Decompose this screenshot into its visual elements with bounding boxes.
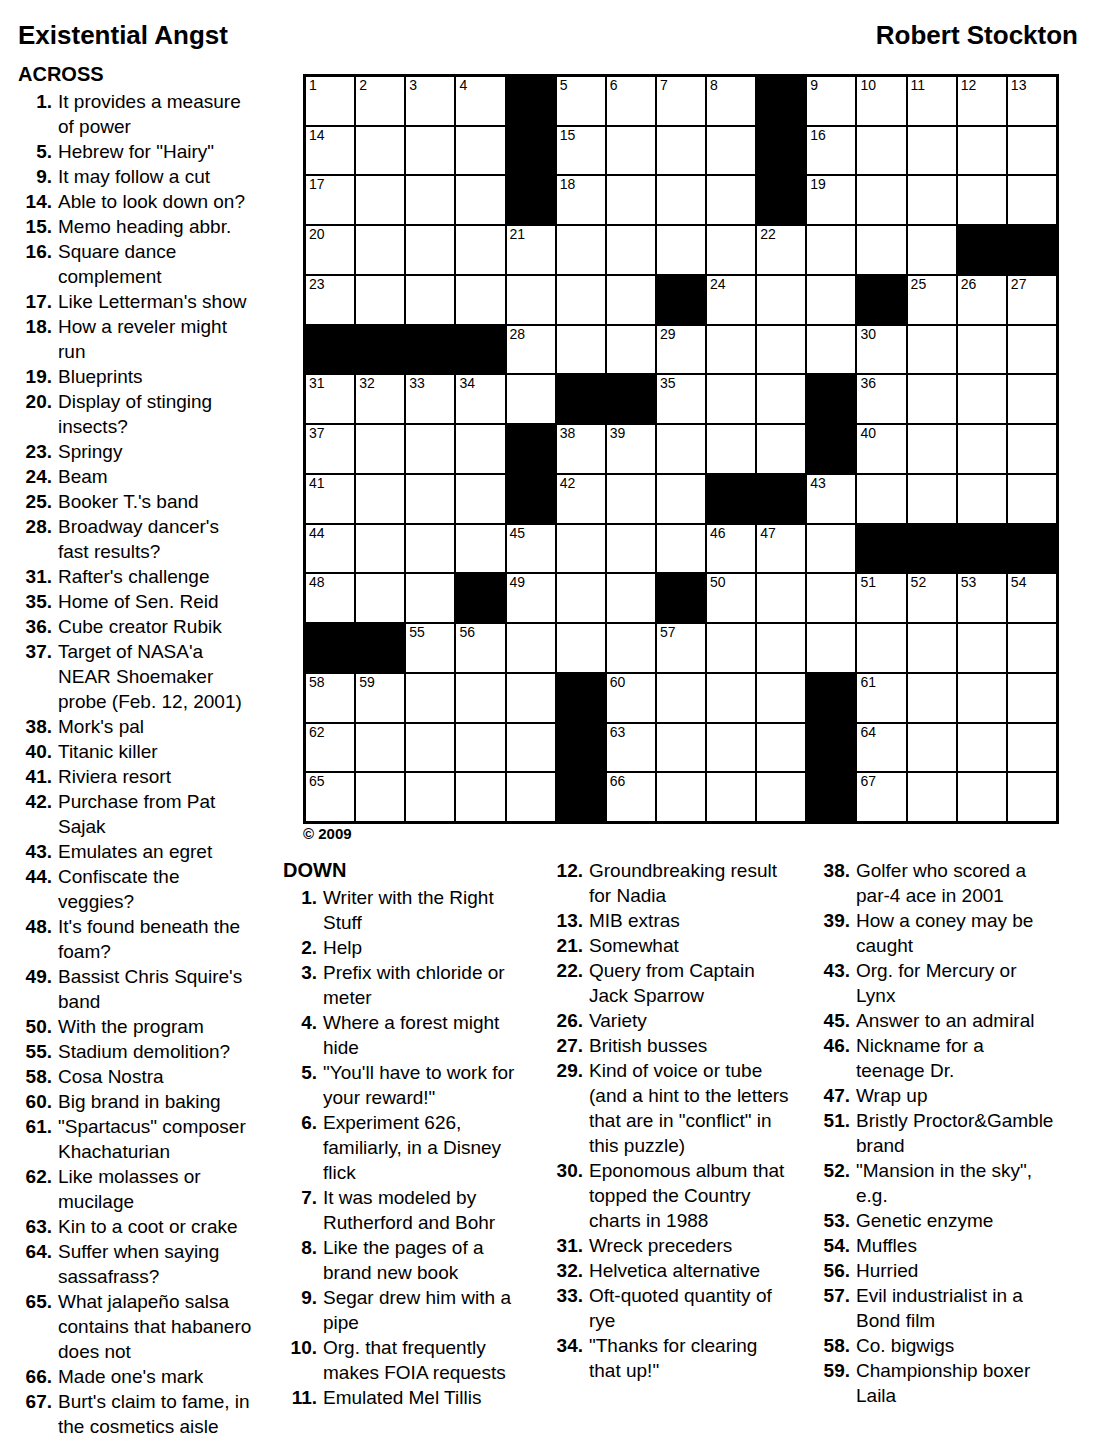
grid-cell[interactable] [657,425,705,473]
grid-cell[interactable]: 53 [958,574,1006,622]
cell-number: 64 [860,725,876,740]
cell-number: 50 [710,575,726,590]
grid-cell[interactable] [1008,674,1056,722]
grid-cell[interactable]: 12 [958,77,1006,125]
cell-number: 59 [359,675,375,690]
cell-number: 60 [610,675,626,690]
grid-cell[interactable]: 19 [807,176,855,224]
grid-cell[interactable]: 16 [807,127,855,175]
grid-cell[interactable]: 54 [1008,574,1056,622]
grid-cell[interactable]: 21 [507,226,555,274]
down-section-col-2: 12.Groundbreaking result for Nadia13.MIB… [549,858,813,1383]
grid-cell[interactable]: 32 [356,375,404,423]
grid-cell[interactable] [657,724,705,772]
grid-cell[interactable] [757,425,805,473]
grid-cell[interactable]: 15 [557,127,605,175]
grid-cell[interactable] [1008,326,1056,374]
down-section-col-3: 38.Golfer who scored a par-4 ace in 2001… [816,858,1080,1408]
clue-number: 43. [18,839,58,864]
grid-cell[interactable] [807,574,855,622]
clue-number: 43. [816,958,856,1008]
grid-cell[interactable] [356,773,404,821]
grid-cell[interactable] [507,773,555,821]
grid-cell[interactable] [757,624,805,672]
grid-cell[interactable]: 59 [356,674,404,722]
grid-cell[interactable]: 51 [857,574,905,622]
grid-cell-block [306,326,354,374]
grid-cell[interactable] [857,127,905,175]
grid-cell[interactable]: 10 [857,77,905,125]
grid-cell[interactable] [657,226,705,274]
grid-cell[interactable] [456,176,504,224]
grid-cell[interactable]: 42 [557,475,605,523]
grid-cell[interactable] [456,724,504,772]
grid-cell[interactable] [908,326,956,374]
clue-number: 54. [816,1233,856,1258]
grid-cell[interactable] [607,127,655,175]
grid-cell[interactable] [356,525,404,573]
grid-cell[interactable]: 50 [707,574,755,622]
clue-item: 6.Experiment 626, familiarly, in a Disne… [283,1110,547,1185]
grid-cell[interactable]: 23 [306,276,354,324]
grid-cell[interactable] [456,226,504,274]
grid-cell[interactable]: 57 [657,624,705,672]
clue-item: 26.Variety [549,1008,813,1033]
grid-cell[interactable] [908,127,956,175]
grid-cell-block [657,276,705,324]
grid-cell[interactable] [757,375,805,423]
grid-cell[interactable] [356,127,404,175]
grid-cell[interactable] [557,574,605,622]
cell-number: 28 [510,327,526,342]
grid-cell[interactable]: 60 [607,674,655,722]
grid-cell[interactable] [857,475,905,523]
grid-cell[interactable] [356,724,404,772]
clue-item: 5."You'll have to work for your reward!" [283,1060,547,1110]
clue-number: 16. [18,239,58,289]
grid-cell[interactable]: 13 [1008,77,1056,125]
clue-item: 10.Org. that frequently makes FOIA reque… [283,1335,547,1385]
grid-cell[interactable] [356,574,404,622]
grid-cell[interactable] [657,525,705,573]
grid-cell[interactable] [958,773,1006,821]
grid-cell[interactable]: 66 [607,773,655,821]
clue-text: What jalapeño salsa contains that habane… [58,1289,253,1364]
clue-text: Groundbreaking result for Nadia [589,858,789,908]
grid-cell[interactable] [607,624,655,672]
grid-cell[interactable] [657,475,705,523]
grid-cell[interactable] [406,276,454,324]
grid-cell[interactable]: 44 [306,525,354,573]
clue-number: 51. [816,1108,856,1158]
grid-cell[interactable]: 5 [557,77,605,125]
clue-text: Confiscate the veggies? [58,864,253,914]
clue-text: "You'll have to work for your reward!" [323,1060,523,1110]
clue-item: 41.Riviera resort [18,764,282,789]
grid-cell[interactable] [958,176,1006,224]
clue-number: 28. [18,514,58,564]
grid-cell[interactable]: 56 [456,624,504,672]
grid-cell[interactable] [857,624,905,672]
clue-item: 32.Helvetica alternative [549,1258,813,1283]
grid-cell[interactable] [607,276,655,324]
clue-item: 28.Broadway dancer's fast results? [18,514,282,564]
grid-cell-block [306,624,354,672]
grid-cell[interactable] [707,674,755,722]
cell-number: 54 [1011,575,1027,590]
clue-number: 24. [18,464,58,489]
clue-text: Big brand in baking [58,1089,253,1114]
grid-cell[interactable] [406,127,454,175]
grid-cell-block [507,77,555,125]
clue-text: British busses [589,1033,789,1058]
cell-number: 57 [660,625,676,640]
cell-number: 33 [409,376,425,391]
clue-item: 65.What jalapeño salsa contains that hab… [18,1289,282,1364]
grid-cell-block [456,574,504,622]
clue-number: 26. [549,1008,589,1033]
copyright-notice: © 2009 [303,825,352,842]
clue-text: Somewhat [589,933,789,958]
clue-number: 39. [816,908,856,958]
grid-cell[interactable]: 55 [406,624,454,672]
grid-cell[interactable] [607,525,655,573]
grid-cell[interactable]: 31 [306,375,354,423]
grid-cell[interactable] [908,425,956,473]
grid-cell[interactable]: 6 [607,77,655,125]
grid-cell[interactable] [757,276,805,324]
clue-item: 64.Suffer when saying sassafrass? [18,1239,282,1289]
grid-cell[interactable] [456,773,504,821]
grid-cell[interactable]: 27 [1008,276,1056,324]
clue-text: Like the pages of a brand new book [323,1235,523,1285]
grid-cell[interactable]: 20 [306,226,354,274]
clue-number: 15. [18,214,58,239]
grid-cell[interactable] [908,176,956,224]
grid-cell[interactable] [456,276,504,324]
clue-text: MIB extras [589,908,789,933]
clue-number: 66. [18,1364,58,1389]
clue-item: 49.Bassist Chris Squire's band [18,964,282,1014]
cell-number: 34 [459,376,475,391]
grid-cell[interactable]: 11 [908,77,956,125]
clue-text: Able to look down on? [58,189,253,214]
grid-cell[interactable]: 1 [306,77,354,125]
cell-number: 61 [860,675,876,690]
grid-cell[interactable] [356,276,404,324]
grid-cell[interactable] [406,425,454,473]
cell-number: 29 [660,327,676,342]
grid-cell[interactable]: 26 [958,276,1006,324]
clue-item: 23.Springy [18,439,282,464]
clue-number: 35. [18,589,58,614]
clue-item: 3.Prefix with chloride or meter [283,960,547,1010]
grid-cell[interactable]: 52 [908,574,956,622]
grid-cell[interactable]: 34 [456,375,504,423]
grid-cell[interactable] [908,624,956,672]
clue-item: 36.Cube creator Rubik [18,614,282,639]
grid-cell[interactable] [456,127,504,175]
clue-item: 51.Bristly Proctor&Gamble brand [816,1108,1080,1158]
grid-cell[interactable] [807,326,855,374]
grid-cell[interactable] [707,127,755,175]
grid-cell[interactable]: 47 [757,525,805,573]
cell-number: 4 [459,78,467,93]
grid-cell[interactable] [707,624,755,672]
grid-cell[interactable] [406,475,454,523]
grid-cell[interactable] [958,425,1006,473]
clue-item: 37.Target of NASA'a NEAR Shoemaker probe… [18,639,282,714]
grid-cell[interactable] [908,674,956,722]
grid-cell[interactable] [1008,773,1056,821]
grid-cell[interactable] [507,724,555,772]
grid-cell[interactable] [958,724,1006,772]
clue-text: Stadium demolition? [58,1039,253,1064]
clue-number: 37. [18,639,58,714]
grid-cell[interactable]: 37 [306,425,354,473]
grid-cell[interactable] [406,574,454,622]
clue-number: 4. [283,1010,323,1060]
grid-cell[interactable] [1008,724,1056,772]
grid-cell[interactable] [908,724,956,772]
clue-item: 52."Mansion in the sky", e.g. [816,1158,1080,1208]
grid-cell[interactable] [657,127,705,175]
grid-cell[interactable] [1008,127,1056,175]
grid-cell[interactable] [456,525,504,573]
grid-cell[interactable] [607,475,655,523]
clue-item: 67.Burt's claim to fame, in the cosmetic… [18,1389,282,1439]
clue-number: 61. [18,1114,58,1164]
grid-cell[interactable] [406,674,454,722]
grid-cell[interactable] [507,624,555,672]
clue-item: 63.Kin to a coot or crake [18,1214,282,1239]
grid-cell[interactable] [607,574,655,622]
grid-cell[interactable]: 63 [607,724,655,772]
grid-cell[interactable] [757,724,805,772]
grid-cell[interactable] [908,226,956,274]
grid-cell[interactable]: 64 [857,724,905,772]
grid-cell-block [958,226,1006,274]
grid-cell[interactable] [958,624,1006,672]
grid-cell[interactable]: 40 [857,425,905,473]
grid-cell[interactable]: 28 [507,326,555,374]
grid-cell[interactable] [908,375,956,423]
grid-cell[interactable]: 39 [607,425,655,473]
grid-cell[interactable]: 48 [306,574,354,622]
grid-cell[interactable] [607,176,655,224]
grid-cell[interactable]: 43 [807,475,855,523]
grid-cell[interactable] [757,326,805,374]
grid-cell[interactable] [356,425,404,473]
clue-item: 44.Confiscate the veggies? [18,864,282,914]
cell-number: 8 [710,78,718,93]
grid-cell[interactable] [707,375,755,423]
grid-cell[interactable]: 65 [306,773,354,821]
grid-cell[interactable]: 33 [406,375,454,423]
grid-cell[interactable] [757,574,805,622]
down-clue-list-2: 12.Groundbreaking result for Nadia13.MIB… [549,858,813,1383]
clue-number: 8. [283,1235,323,1285]
cell-number: 46 [710,526,726,541]
grid-cell[interactable] [557,276,605,324]
grid-cell[interactable] [406,525,454,573]
cell-number: 65 [309,774,325,789]
grid-cell[interactable]: 4 [456,77,504,125]
clue-item: 60.Big brand in baking [18,1089,282,1114]
grid-cell[interactable]: 25 [908,276,956,324]
grid-cell[interactable] [1008,475,1056,523]
clue-text: Wrap up [856,1083,1056,1108]
grid-cell[interactable] [807,276,855,324]
grid-cell[interactable] [707,773,755,821]
cell-number: 6 [610,78,618,93]
grid-cell[interactable]: 18 [557,176,605,224]
grid-cell[interactable] [657,674,705,722]
grid-cell[interactable] [456,674,504,722]
grid-cell-block [807,425,855,473]
grid-cell[interactable]: 46 [707,525,755,573]
cell-number: 22 [760,227,776,242]
grid-cell[interactable] [1008,375,1056,423]
grid-cell[interactable] [1008,624,1056,672]
clue-number: 30. [549,1158,589,1233]
cell-number: 48 [309,575,325,590]
grid-cell[interactable]: 35 [657,375,705,423]
grid-cell[interactable] [557,525,605,573]
grid-cell[interactable] [657,176,705,224]
grid-cell[interactable] [456,425,504,473]
grid-cell[interactable]: 38 [557,425,605,473]
grid-cell[interactable] [507,674,555,722]
grid-cell[interactable] [557,624,605,672]
clue-item: 31.Wreck preceders [549,1233,813,1258]
clue-text: Blueprints [58,364,253,389]
grid-cell[interactable]: 67 [857,773,905,821]
clue-item: 1.Writer with the Right Stuff [283,885,547,935]
cell-number: 58 [309,675,325,690]
grid-cell[interactable]: 30 [857,326,905,374]
grid-cell[interactable] [657,773,705,821]
grid-cell[interactable]: 3 [406,77,454,125]
grid-cell[interactable] [406,226,454,274]
grid-cell[interactable]: 62 [306,724,354,772]
grid-cell[interactable] [807,226,855,274]
grid-cell[interactable] [507,276,555,324]
grid-cell[interactable] [557,326,605,374]
grid-cell[interactable] [857,176,905,224]
grid-cell[interactable] [707,326,755,374]
grid-cell[interactable] [807,525,855,573]
clue-number: 32. [549,1258,589,1283]
grid-cell[interactable]: 49 [507,574,555,622]
grid-cell[interactable] [456,475,504,523]
grid-cell[interactable]: 2 [356,77,404,125]
cell-number: 26 [961,277,977,292]
grid-cell[interactable]: 41 [306,475,354,523]
grid-cell[interactable] [807,624,855,672]
grid-cell[interactable]: 29 [657,326,705,374]
clue-item: 46.Nickname for a teenage Dr. [816,1033,1080,1083]
grid-cell[interactable]: 9 [807,77,855,125]
clue-number: 20. [18,389,58,439]
grid-cell[interactable]: 22 [757,226,805,274]
grid-cell[interactable]: 61 [857,674,905,722]
clue-item: 33.Oft-quoted quantity of rye [549,1283,813,1333]
grid-cell[interactable]: 45 [507,525,555,573]
grid-cell[interactable]: 17 [306,176,354,224]
grid-cell-block [356,326,404,374]
grid-cell[interactable]: 8 [707,77,755,125]
grid-cell[interactable]: 14 [306,127,354,175]
grid-cell[interactable] [958,326,1006,374]
grid-cell[interactable]: 7 [657,77,705,125]
clue-item: 31.Rafter's challenge [18,564,282,589]
grid-cell[interactable] [958,127,1006,175]
cell-number: 12 [961,78,977,93]
grid-cell[interactable] [757,773,805,821]
grid-cell[interactable] [707,425,755,473]
cell-number: 20 [309,227,325,242]
grid-cell[interactable]: 24 [707,276,755,324]
clue-text: Booker T.'s band [58,489,253,514]
clue-number: 56. [816,1258,856,1283]
grid-cell[interactable] [356,226,404,274]
grid-cell[interactable] [507,375,555,423]
grid-cell[interactable] [757,674,805,722]
clue-text: Oft-quoted quantity of rye [589,1283,789,1333]
grid-cell-block [908,525,956,573]
grid-cell[interactable] [1008,176,1056,224]
clue-item: 24.Beam [18,464,282,489]
clue-number: 49. [18,964,58,1014]
cell-number: 38 [560,426,576,441]
grid-cell[interactable] [707,176,755,224]
grid-cell[interactable] [557,226,605,274]
clue-item: 1.It provides a measure of power [18,89,282,139]
grid-cell[interactable]: 58 [306,674,354,722]
clue-item: 54.Muffles [816,1233,1080,1258]
grid-cell[interactable] [406,773,454,821]
clue-item: 38.Golfer who scored a par-4 ace in 2001 [816,858,1080,908]
cell-number: 66 [610,774,626,789]
cell-number: 13 [1011,78,1027,93]
grid-cell[interactable] [908,773,956,821]
cell-number: 5 [560,78,568,93]
clue-text: Mork's pal [58,714,253,739]
grid-cell-block [807,375,855,423]
grid-cell[interactable] [356,176,404,224]
grid-cell[interactable] [607,326,655,374]
grid-cell[interactable] [857,226,905,274]
grid-cell[interactable] [707,724,755,772]
grid-cell[interactable] [958,475,1006,523]
grid-cell[interactable] [1008,425,1056,473]
grid-cell-block [807,674,855,722]
grid-cell[interactable] [958,674,1006,722]
grid-cell[interactable]: 36 [857,375,905,423]
grid-cell[interactable] [958,375,1006,423]
grid-cell[interactable] [406,176,454,224]
grid-cell[interactable] [406,724,454,772]
clue-item: 56.Hurried [816,1258,1080,1283]
grid-cell[interactable] [707,226,755,274]
grid-cell[interactable] [607,226,655,274]
clue-number: 38. [18,714,58,739]
clue-number: 2. [283,935,323,960]
grid-cell[interactable] [356,475,404,523]
grid-cell[interactable] [908,475,956,523]
cell-number: 23 [309,277,325,292]
